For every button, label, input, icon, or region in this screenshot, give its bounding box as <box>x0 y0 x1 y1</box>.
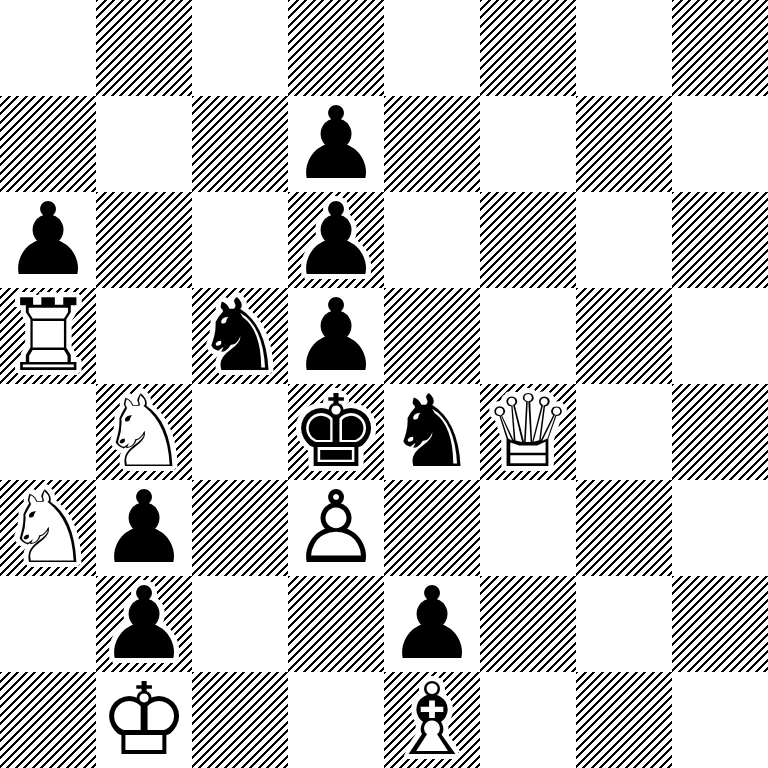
square-d4[interactable]: ♚ <box>288 384 384 480</box>
square-d8[interactable] <box>288 0 384 96</box>
square-c5[interactable]: ♞ <box>192 288 288 384</box>
square-h5[interactable] <box>672 288 768 384</box>
black-knight-piece: ♞ <box>387 384 477 480</box>
square-f8[interactable] <box>480 0 576 96</box>
square-g1[interactable] <box>576 672 672 768</box>
square-d7[interactable]: ♟ <box>288 96 384 192</box>
square-b7[interactable] <box>96 96 192 192</box>
square-h4[interactable] <box>672 384 768 480</box>
square-g7[interactable] <box>576 96 672 192</box>
piece-outline-glyph: ♔ <box>99 672 189 768</box>
piece-glyph: ♟ <box>3 192 93 288</box>
square-c2[interactable] <box>192 576 288 672</box>
square-g2[interactable] <box>576 576 672 672</box>
white-rook-piece: ♜♖ <box>3 288 93 384</box>
square-a1[interactable] <box>0 672 96 768</box>
piece-glyph: ♟ <box>99 576 189 672</box>
square-f6[interactable] <box>480 192 576 288</box>
black-knight-piece: ♞ <box>195 288 285 384</box>
square-d5[interactable]: ♟ <box>288 288 384 384</box>
black-pawn-piece: ♟ <box>387 576 477 672</box>
square-c6[interactable] <box>192 192 288 288</box>
piece-outline-glyph: ♖ <box>3 288 93 384</box>
black-pawn-piece: ♟ <box>291 288 381 384</box>
square-a3[interactable]: ♞♘ <box>0 480 96 576</box>
square-f4[interactable]: ♛♕ <box>480 384 576 480</box>
square-b2[interactable]: ♟ <box>96 576 192 672</box>
square-e1[interactable]: ♝♗ <box>384 672 480 768</box>
piece-outline-glyph: ♗ <box>387 672 477 768</box>
white-knight-piece: ♞♘ <box>3 480 93 576</box>
square-h3[interactable] <box>672 480 768 576</box>
piece-outline-glyph: ♘ <box>99 384 189 480</box>
black-pawn-piece: ♟ <box>99 480 189 576</box>
square-a6[interactable]: ♟ <box>0 192 96 288</box>
piece-outline-glyph: ♕ <box>483 384 573 480</box>
square-e8[interactable] <box>384 0 480 96</box>
square-a7[interactable] <box>0 96 96 192</box>
square-a5[interactable]: ♜♖ <box>0 288 96 384</box>
chessboard-wrapper: ♟♟♟♜♖♞♟♞♘♚♞♛♕♞♘♟♟♙♟♟♚♔♝♗ <box>0 0 768 768</box>
square-f1[interactable] <box>480 672 576 768</box>
square-e2[interactable]: ♟ <box>384 576 480 672</box>
piece-outline-glyph: ♙ <box>291 480 381 576</box>
square-e4[interactable]: ♞ <box>384 384 480 480</box>
piece-glyph: ♚ <box>291 384 381 480</box>
square-g5[interactable] <box>576 288 672 384</box>
square-g3[interactable] <box>576 480 672 576</box>
square-c4[interactable] <box>192 384 288 480</box>
square-f2[interactable] <box>480 576 576 672</box>
square-g8[interactable] <box>576 0 672 96</box>
square-e7[interactable] <box>384 96 480 192</box>
piece-glyph: ♞ <box>195 288 285 384</box>
square-g4[interactable] <box>576 384 672 480</box>
square-d2[interactable] <box>288 576 384 672</box>
piece-glyph: ♞ <box>387 384 477 480</box>
square-b5[interactable] <box>96 288 192 384</box>
black-pawn-piece: ♟ <box>3 192 93 288</box>
square-f3[interactable] <box>480 480 576 576</box>
square-b8[interactable] <box>96 0 192 96</box>
square-b4[interactable]: ♞♘ <box>96 384 192 480</box>
square-e6[interactable] <box>384 192 480 288</box>
square-c1[interactable] <box>192 672 288 768</box>
white-pawn-piece: ♟♙ <box>291 480 381 576</box>
square-f7[interactable] <box>480 96 576 192</box>
square-d6[interactable]: ♟ <box>288 192 384 288</box>
piece-glyph: ♟ <box>291 192 381 288</box>
square-d1[interactable] <box>288 672 384 768</box>
square-c8[interactable] <box>192 0 288 96</box>
square-c7[interactable] <box>192 96 288 192</box>
white-queen-piece: ♛♕ <box>483 384 573 480</box>
white-knight-piece: ♞♘ <box>99 384 189 480</box>
square-b3[interactable]: ♟ <box>96 480 192 576</box>
piece-glyph: ♟ <box>99 480 189 576</box>
square-g6[interactable] <box>576 192 672 288</box>
piece-glyph: ♟ <box>291 288 381 384</box>
white-bishop-piece: ♝♗ <box>387 672 477 768</box>
square-a4[interactable] <box>0 384 96 480</box>
chessboard: ♟♟♟♜♖♞♟♞♘♚♞♛♕♞♘♟♟♙♟♟♚♔♝♗ <box>0 0 768 768</box>
square-e3[interactable] <box>384 480 480 576</box>
square-b6[interactable] <box>96 192 192 288</box>
square-c3[interactable] <box>192 480 288 576</box>
square-a8[interactable] <box>0 0 96 96</box>
black-pawn-piece: ♟ <box>99 576 189 672</box>
square-h2[interactable] <box>672 576 768 672</box>
white-king-piece: ♚♔ <box>99 672 189 768</box>
square-h1[interactable] <box>672 672 768 768</box>
square-e5[interactable] <box>384 288 480 384</box>
black-pawn-piece: ♟ <box>291 96 381 192</box>
square-h6[interactable] <box>672 192 768 288</box>
piece-glyph: ♟ <box>291 96 381 192</box>
black-pawn-piece: ♟ <box>291 192 381 288</box>
square-b1[interactable]: ♚♔ <box>96 672 192 768</box>
square-f5[interactable] <box>480 288 576 384</box>
piece-outline-glyph: ♘ <box>3 480 93 576</box>
square-h7[interactable] <box>672 96 768 192</box>
square-a2[interactable] <box>0 576 96 672</box>
square-h8[interactable] <box>672 0 768 96</box>
square-d3[interactable]: ♟♙ <box>288 480 384 576</box>
black-king-piece: ♚ <box>291 384 381 480</box>
piece-glyph: ♟ <box>387 576 477 672</box>
